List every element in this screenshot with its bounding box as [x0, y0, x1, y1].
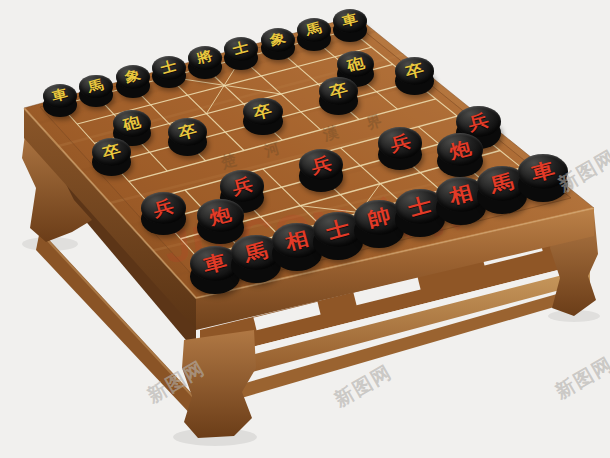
piece-black-soldier: 卒 [243, 98, 282, 137]
piece-red-soldier: 兵 [141, 192, 186, 236]
piece-black-horse: 馬 [297, 18, 331, 51]
pieces-layer: 車 馬 象 士 將 士 象 馬 車 砲 砲 [0, 0, 610, 458]
piece-black-soldier: 卒 [395, 57, 434, 96]
xiangqi-product-photo: 楚河漢界 JD.COM 京东 車 馬 象 士 將 士 象 馬 車 [0, 0, 610, 458]
piece-black-soldier: 卒 [168, 118, 207, 157]
piece-black-elephant: 象 [261, 28, 295, 61]
piece-black-elephant: 象 [116, 65, 150, 98]
piece-black-chariot: 車 [333, 9, 367, 42]
piece-black-advisor: 士 [152, 56, 186, 89]
piece-red-soldier: 兵 [299, 149, 344, 193]
piece-black-chariot: 車 [43, 84, 77, 117]
piece-black-advisor: 士 [224, 37, 258, 70]
piece-black-horse: 馬 [79, 75, 113, 108]
piece-black-soldier: 卒 [319, 77, 358, 116]
piece-black-soldier: 卒 [92, 138, 131, 177]
piece-red-soldier: 兵 [378, 127, 423, 171]
piece-black-general: 將 [188, 46, 222, 79]
